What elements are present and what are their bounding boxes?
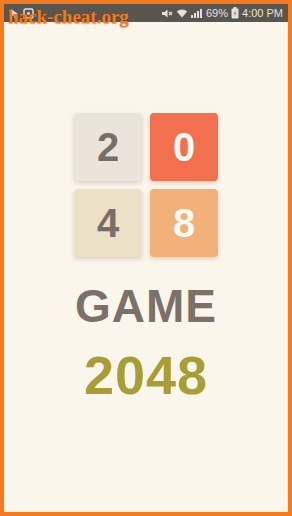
clock-time: 4:00 PM <box>242 4 283 22</box>
phone-screen: hack-cheat.org <box>0 0 292 516</box>
splash-title: GAME <box>4 283 288 329</box>
splash-subtitle: 2048 <box>4 348 288 402</box>
tile-4: 4 <box>74 189 142 257</box>
tile-8: 8 <box>150 189 218 257</box>
logo-tile-grid[interactable]: 2 0 4 8 <box>74 113 218 257</box>
signal-strength-icon <box>191 8 203 18</box>
battery-icon <box>231 7 239 19</box>
mute-icon <box>161 8 173 19</box>
wifi-icon <box>176 8 188 18</box>
watermark-text: hack-cheat.org <box>8 6 129 28</box>
tile-0: 0 <box>150 113 218 181</box>
battery-percent: 69% <box>206 4 228 22</box>
status-bar-right: 69% 4:00 PM <box>161 4 283 22</box>
tile-2: 2 <box>74 113 142 181</box>
